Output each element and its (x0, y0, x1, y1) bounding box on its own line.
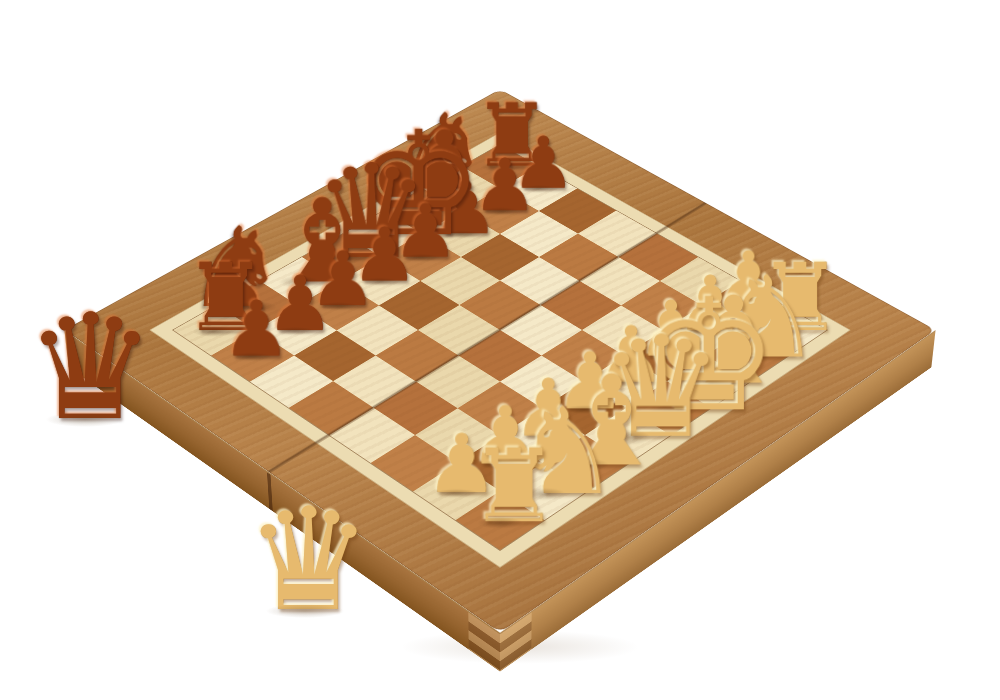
spare-white-queen[interactable]: ♛ (245, 489, 365, 631)
board-frame (64, 89, 935, 632)
square-b6[interactable] (294, 330, 377, 381)
square-a6[interactable] (250, 355, 333, 408)
piece-glyph: ♛ (25, 282, 156, 452)
chess-board: ♜♞♝♛♚♝♞♜♟♟♟♟♟♟♟♟♟♟♟♟♟♟♟♟♜♞♝♛♚♝♞♜ (64, 89, 935, 632)
product-photo: ♜♞♝♛♚♝♞♜♟♟♟♟♟♟♟♟♟♟♟♟♟♟♟♟♜♞♝♛♚♝♞♜ ♛♛ (0, 0, 1000, 700)
piece-glyph: ♛ (245, 477, 372, 642)
square-a5[interactable] (289, 381, 373, 435)
square-c5[interactable] (376, 330, 459, 381)
spare-black-queen[interactable]: ♛ (25, 294, 145, 440)
square-b5[interactable] (333, 355, 416, 408)
square-a4[interactable] (329, 408, 414, 463)
